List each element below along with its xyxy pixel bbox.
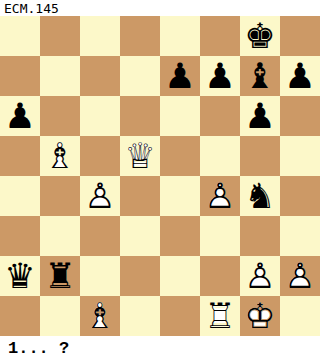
square-d5[interactable]: ♛♕ [120,136,160,176]
square-b8[interactable] [40,16,80,56]
square-a8[interactable] [0,16,40,56]
square-a6[interactable]: ♟ [0,96,40,136]
square-h8[interactable] [280,16,320,56]
square-f3[interactable] [200,216,240,256]
square-c1[interactable]: ♝♗ [80,296,120,336]
square-b3[interactable] [40,216,80,256]
square-g6[interactable]: ♟ [240,96,280,136]
square-a1[interactable] [0,296,40,336]
piece-black-bishop: ♝ [240,56,280,96]
move-prompt: 1... ? [8,339,69,358]
piece-white-bishop: ♝♗ [80,296,120,336]
square-f4[interactable]: ♟♙ [200,176,240,216]
piece-black-pawn: ♟ [280,56,320,96]
square-g3[interactable] [240,216,280,256]
square-g2[interactable]: ♟♙ [240,256,280,296]
square-h5[interactable] [280,136,320,176]
square-h7[interactable]: ♟ [280,56,320,96]
square-d2[interactable] [120,256,160,296]
square-c8[interactable] [80,16,120,56]
square-h3[interactable] [280,216,320,256]
square-d6[interactable] [120,96,160,136]
square-c3[interactable] [80,216,120,256]
piece-black-rook: ♜ [40,256,80,296]
piece-black-pawn: ♟ [0,96,40,136]
piece-black-knight: ♞ [240,176,280,216]
square-b7[interactable] [40,56,80,96]
square-e3[interactable] [160,216,200,256]
square-b6[interactable] [40,96,80,136]
square-f1[interactable]: ♜♖ [200,296,240,336]
diagram-footer: 1... ? [0,336,320,360]
square-f8[interactable] [200,16,240,56]
square-e4[interactable] [160,176,200,216]
square-e5[interactable] [160,136,200,176]
piece-black-king: ♚ [240,16,280,56]
diagram-title: ECM.145 [4,1,59,16]
square-a2[interactable]: ♛ [0,256,40,296]
square-a7[interactable] [0,56,40,96]
chess-board: ♚♟♟♝♟♟♟♝♗♛♕♟♙♟♙♞♛♜♟♙♟♙♝♗♜♖♚♔ [0,16,320,336]
square-c7[interactable] [80,56,120,96]
square-f5[interactable] [200,136,240,176]
square-e7[interactable]: ♟ [160,56,200,96]
square-d7[interactable] [120,56,160,96]
square-h4[interactable] [280,176,320,216]
square-f7[interactable]: ♟ [200,56,240,96]
square-c2[interactable] [80,256,120,296]
square-c6[interactable] [80,96,120,136]
square-h2[interactable]: ♟♙ [280,256,320,296]
square-h1[interactable] [280,296,320,336]
square-f2[interactable] [200,256,240,296]
square-b5[interactable]: ♝♗ [40,136,80,176]
square-c5[interactable] [80,136,120,176]
square-e6[interactable] [160,96,200,136]
piece-white-queen: ♛♕ [120,136,160,176]
square-g4[interactable]: ♞ [240,176,280,216]
square-b4[interactable] [40,176,80,216]
piece-white-pawn: ♟♙ [200,176,240,216]
piece-black-pawn: ♟ [160,56,200,96]
piece-black-pawn: ♟ [240,96,280,136]
square-d4[interactable] [120,176,160,216]
square-a5[interactable] [0,136,40,176]
piece-white-pawn: ♟♙ [280,256,320,296]
piece-white-bishop: ♝♗ [40,136,80,176]
square-e8[interactable] [160,16,200,56]
square-d8[interactable] [120,16,160,56]
square-g5[interactable] [240,136,280,176]
piece-black-pawn: ♟ [200,56,240,96]
piece-white-king: ♚♔ [240,296,280,336]
square-a3[interactable] [0,216,40,256]
piece-white-pawn: ♟♙ [80,176,120,216]
square-f6[interactable] [200,96,240,136]
diagram-header: ECM.145 [0,0,320,16]
square-d1[interactable] [120,296,160,336]
piece-black-queen: ♛ [0,256,40,296]
square-g1[interactable]: ♚♔ [240,296,280,336]
square-b1[interactable] [40,296,80,336]
square-g7[interactable]: ♝ [240,56,280,96]
square-e1[interactable] [160,296,200,336]
square-h6[interactable] [280,96,320,136]
square-b2[interactable]: ♜ [40,256,80,296]
piece-white-rook: ♜♖ [200,296,240,336]
square-d3[interactable] [120,216,160,256]
piece-white-pawn: ♟♙ [240,256,280,296]
square-e2[interactable] [160,256,200,296]
square-c4[interactable]: ♟♙ [80,176,120,216]
square-a4[interactable] [0,176,40,216]
square-g8[interactable]: ♚ [240,16,280,56]
